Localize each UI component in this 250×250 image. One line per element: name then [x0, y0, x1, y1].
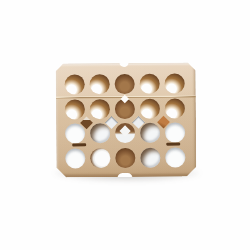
hole-r3c3: [115, 123, 135, 143]
photo-scene: [0, 0, 250, 250]
hole-r3c2: [90, 123, 110, 143]
hole-r3c4: [140, 123, 160, 143]
hole-r2c4: [140, 98, 160, 118]
hole-r3c1: [65, 124, 85, 144]
hole-r1c3: [115, 74, 135, 94]
hole-r1c1: [64, 75, 84, 95]
slot-cutout-right: [166, 143, 180, 146]
hole-r4c3: [115, 148, 135, 168]
hole-r2c2: [90, 99, 110, 119]
hole-r1c5: [165, 74, 185, 94]
hole-r1c2: [89, 74, 109, 94]
hole-r4c4: [140, 147, 160, 167]
slot-cutout-left: [72, 143, 86, 146]
tray: [56, 62, 197, 177]
hole-r4c2: [90, 148, 110, 168]
hole-r4c5: [166, 147, 186, 167]
hole-r2c5: [165, 98, 185, 118]
hole-r2c1: [64, 99, 84, 119]
hole-r4c1: [65, 148, 85, 168]
hole-r1c4: [140, 74, 160, 94]
top-edge-notch: [119, 59, 128, 67]
hole-r3c5: [165, 123, 185, 143]
